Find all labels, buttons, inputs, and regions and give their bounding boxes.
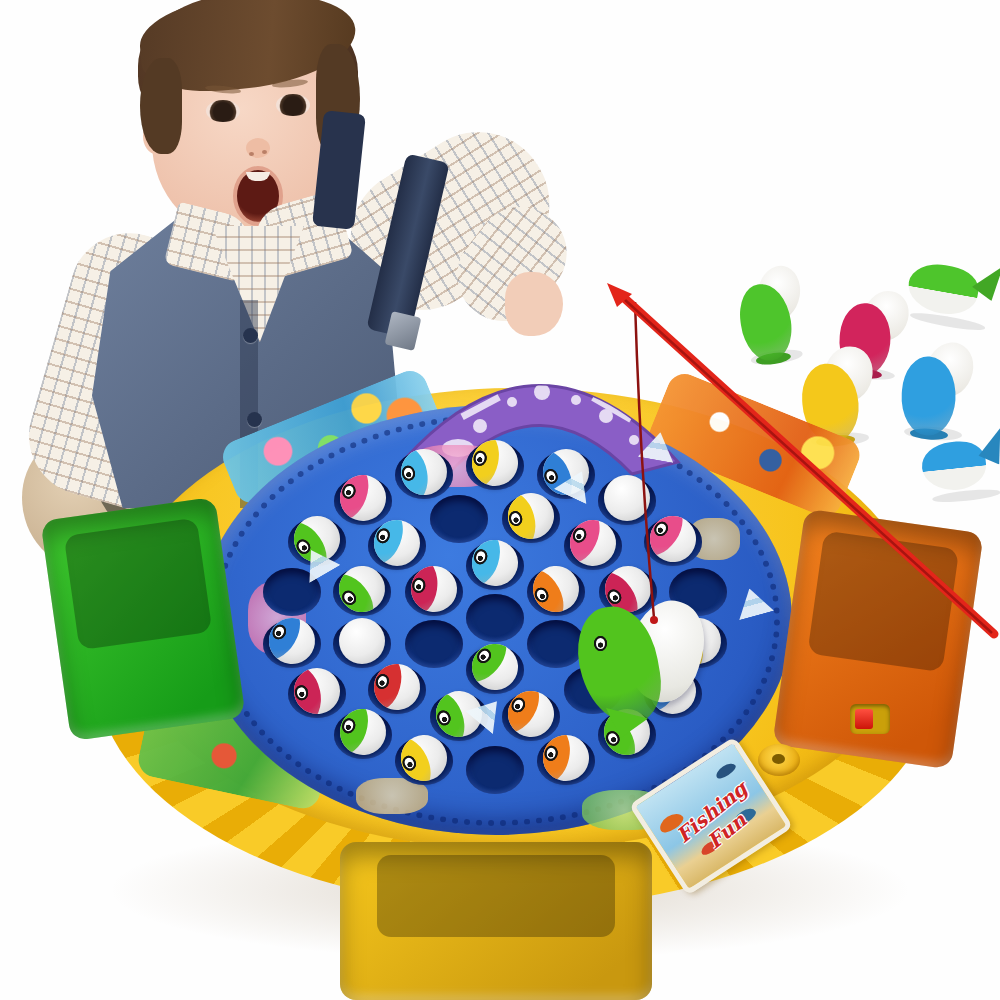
fish-hole [395, 737, 453, 785]
child-vest-button [243, 328, 258, 343]
fish-hole [598, 477, 656, 525]
fish-hole [334, 477, 392, 525]
basket-interior [377, 855, 614, 937]
basket-interior [64, 517, 213, 650]
fish-hole [288, 670, 346, 718]
child-eye [206, 100, 240, 122]
fish-ball-white[interactable] [604, 475, 650, 521]
fish-shadow [931, 488, 1000, 504]
loose-fish-blue-standing[interactable] [899, 344, 973, 439]
fish-hole [405, 568, 463, 616]
fish-hole [263, 620, 321, 668]
loose-fish-blue-lying[interactable] [919, 428, 1000, 502]
fish-hole [333, 620, 391, 668]
loose-fish-green-standing[interactable] [734, 268, 808, 364]
fish-hole [466, 646, 524, 694]
rod-tip [607, 283, 632, 307]
fish-ball-white[interactable] [339, 618, 385, 664]
fish-hole [527, 568, 585, 616]
fish-hole [368, 522, 426, 570]
empty-hole [430, 495, 488, 543]
child-hair-side [140, 58, 182, 154]
fish-body [920, 439, 989, 493]
winder-knob[interactable] [758, 744, 800, 776]
loose-fish-green-lying[interactable] [903, 251, 1000, 332]
caught-green-fish[interactable] [578, 592, 704, 732]
power-switch-slider[interactable] [855, 709, 873, 729]
green-fish-basket [40, 497, 245, 741]
yellow-fish-basket [340, 842, 652, 1000]
empty-hole [405, 620, 463, 668]
basket-interior [807, 530, 960, 672]
scene: Fishing Fun [0, 0, 1000, 1000]
knob-hole [772, 754, 785, 764]
fish-hole [466, 542, 524, 590]
child-nostril [249, 152, 254, 156]
fish-hole [333, 568, 391, 616]
fish-hole [368, 666, 426, 714]
fish-hole [466, 442, 524, 490]
child-eye [276, 94, 310, 116]
child-nostril [262, 150, 267, 154]
empty-hole [466, 594, 524, 642]
empty-hole [527, 620, 585, 668]
child-vest-button [247, 412, 262, 427]
fish-hole [334, 711, 392, 759]
fish-body [905, 260, 982, 319]
fish-hole [395, 451, 453, 499]
fish-hole [644, 518, 702, 566]
fish-hole [502, 693, 560, 741]
power-switch[interactable] [850, 704, 890, 734]
fish-hole [502, 495, 560, 543]
empty-hole [466, 746, 524, 794]
fish-hole [564, 522, 622, 570]
fish-hole [537, 737, 595, 785]
